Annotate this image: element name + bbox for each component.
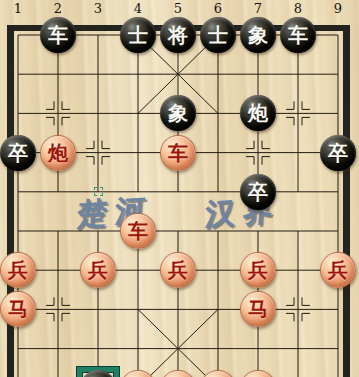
piece-red-horse[interactable]: 马 [240, 291, 276, 327]
piece-character: 将 [168, 25, 188, 45]
piece-black-elephant[interactable]: 象 [160, 95, 196, 131]
piece-black-cannon[interactable]: 炮 [80, 370, 116, 377]
piece-black-advisor[interactable]: 士 [200, 17, 236, 53]
piece-red-advisor[interactable]: 仕 [120, 370, 156, 377]
piece-character: 马 [248, 299, 268, 319]
piece-character: 卒 [248, 182, 268, 202]
piece-black-cannon[interactable]: 炮 [240, 95, 276, 131]
piece-character: 炮 [48, 143, 68, 163]
piece-black-soldier[interactable]: 卒 [240, 174, 276, 210]
piece-black-advisor[interactable]: 士 [120, 17, 156, 53]
piece-character: 车 [48, 25, 68, 45]
piece-character: 士 [128, 25, 148, 45]
piece-character: 兵 [328, 260, 348, 280]
piece-red-soldier[interactable]: 兵 [0, 252, 36, 288]
xiangqi-board-screen: 1 2 3 4 5 6 7 8 9 楚河 汉界 车士将士象车象炮卒炮车卒卒车兵兵… [0, 0, 359, 377]
piece-character: 兵 [88, 260, 108, 280]
piece-red-soldier[interactable]: 兵 [80, 252, 116, 288]
piece-black-chariot[interactable]: 车 [280, 17, 316, 53]
piece-character: 兵 [168, 260, 188, 280]
piece-character: 车 [128, 221, 148, 241]
piece-character: 兵 [248, 260, 268, 280]
piece-character: 卒 [8, 143, 28, 163]
piece-black-general[interactable]: 将 [160, 17, 196, 53]
piece-red-chariot[interactable]: 车 [160, 135, 196, 171]
piece-black-chariot[interactable]: 车 [40, 17, 76, 53]
piece-black-soldier[interactable]: 卒 [320, 135, 356, 171]
piece-character: 象 [168, 103, 188, 123]
piece-red-advisor[interactable]: 仕 [200, 370, 236, 377]
piece-red-general[interactable]: 帅 [160, 370, 196, 377]
piece-black-soldier[interactable]: 卒 [0, 135, 36, 171]
pieces-layer: 车士将士象车象炮卒炮车卒卒车兵兵兵兵兵马马炮仕帅仕相 [0, 15, 358, 377]
piece-red-soldier[interactable]: 兵 [320, 252, 356, 288]
piece-character: 炮 [248, 103, 268, 123]
piece-character: 车 [288, 25, 308, 45]
piece-red-horse[interactable]: 马 [0, 291, 36, 327]
piece-character: 卒 [328, 143, 348, 163]
piece-character: 象 [248, 25, 268, 45]
piece-red-soldier[interactable]: 兵 [160, 252, 196, 288]
piece-red-soldier[interactable]: 兵 [240, 252, 276, 288]
piece-red-cannon[interactable]: 炮 [40, 135, 76, 171]
piece-character: 兵 [8, 260, 28, 280]
piece-character: 车 [168, 143, 188, 163]
piece-red-elephant[interactable]: 相 [240, 370, 276, 377]
piece-black-elephant[interactable]: 象 [240, 17, 276, 53]
piece-character: 马 [8, 299, 28, 319]
piece-character: 士 [208, 25, 228, 45]
piece-red-chariot[interactable]: 车 [120, 213, 156, 249]
